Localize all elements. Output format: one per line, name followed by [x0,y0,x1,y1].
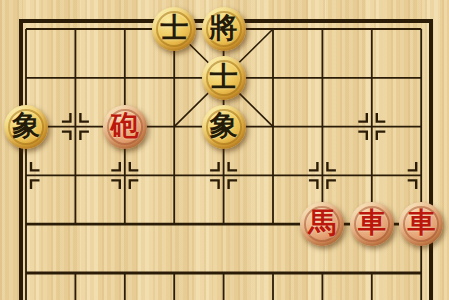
cannon-point-marker [377,132,386,141]
piece-glyph: 車 [407,209,435,237]
pawn-point-marker [327,162,336,171]
piece-black-advisor-2[interactable]: 士 [202,56,246,100]
pawn-point-marker [210,180,219,189]
piece-glyph: 將 [210,14,238,42]
piece-black-advisor-1[interactable]: 士 [152,7,196,51]
pawn-point-marker [327,180,336,189]
pawn-point-marker [309,162,318,171]
piece-glyph: 士 [160,14,188,42]
pawn-point-marker [130,180,139,189]
cannon-point-marker [358,132,367,141]
pawn-point-marker [111,162,120,171]
pawn-point-marker [210,162,219,171]
piece-glyph: 砲 [111,112,139,140]
cannon-point-marker [80,132,89,141]
piece-black-elephant-1[interactable]: 象 [4,105,48,149]
cannon-point-marker [62,132,71,141]
piece-black-elephant-2[interactable]: 象 [202,105,246,149]
cannon-point-marker [358,113,367,122]
pawn-point-marker [229,180,238,189]
pawn-point-marker [309,180,318,189]
piece-glyph: 象 [210,112,238,140]
pawn-point-marker [130,162,139,171]
cannon-point-marker [377,113,386,122]
cannon-point-marker [62,113,71,122]
pawn-point-marker [229,162,238,171]
pawn-point-marker [31,180,40,189]
piece-glyph: 象 [12,112,40,140]
piece-glyph: 士 [210,63,238,91]
pawn-point-marker [408,180,417,189]
xiangqi-board[interactable]: 士將士象砲象馬車車 [0,0,449,300]
cannon-point-marker [80,113,89,122]
piece-glyph: 車 [358,209,386,237]
pawn-point-marker [31,162,40,171]
piece-red-cannon[interactable]: 砲 [103,105,147,149]
pawn-point-marker [111,180,120,189]
pawn-point-marker [408,162,417,171]
piece-black-general[interactable]: 將 [202,7,246,51]
piece-glyph: 馬 [308,209,336,237]
piece-red-chariot-1[interactable]: 車 [350,202,394,246]
